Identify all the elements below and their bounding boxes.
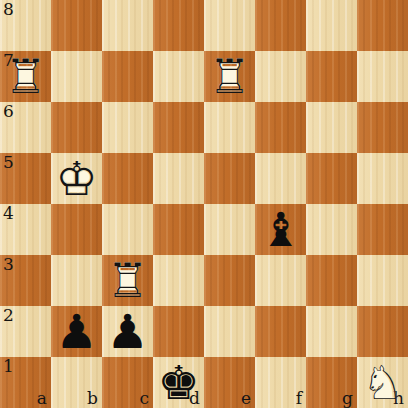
file-label-g: g	[342, 390, 353, 407]
square-e7[interactable]: ♜♖	[204, 51, 255, 102]
square-f7[interactable]	[255, 51, 306, 102]
square-a7[interactable]: 7♜♖	[0, 51, 51, 102]
rank-label-2: 2	[3, 306, 14, 325]
square-a5[interactable]: 5	[0, 153, 51, 204]
rank-label-6: 6	[3, 102, 14, 121]
square-f8[interactable]	[255, 0, 306, 51]
square-h3[interactable]	[357, 255, 408, 306]
square-b6[interactable]	[51, 102, 102, 153]
white-rook: ♜♖	[102, 255, 153, 306]
black-pawn-fill: ♟	[102, 306, 153, 357]
square-e8[interactable]	[204, 0, 255, 51]
square-c8[interactable]	[102, 0, 153, 51]
square-a4[interactable]: 4	[0, 204, 51, 255]
square-f4[interactable]: ♝	[255, 204, 306, 255]
square-f5[interactable]	[255, 153, 306, 204]
white-rook-outline: ♖	[102, 255, 153, 306]
square-b3[interactable]	[51, 255, 102, 306]
white-knight: ♞♘	[357, 357, 408, 408]
square-a6[interactable]: 6	[0, 102, 51, 153]
square-d3[interactable]	[153, 255, 204, 306]
rank-label-5: 5	[3, 153, 14, 172]
square-b8[interactable]	[51, 0, 102, 51]
black-king: ♚	[153, 357, 204, 408]
square-d8[interactable]	[153, 0, 204, 51]
square-c2[interactable]: ♟	[102, 306, 153, 357]
square-h7[interactable]	[357, 51, 408, 102]
black-king-fill: ♚	[153, 357, 204, 408]
square-d5[interactable]	[153, 153, 204, 204]
rank-label-1: 1	[3, 357, 14, 376]
square-f6[interactable]	[255, 102, 306, 153]
square-c4[interactable]	[102, 204, 153, 255]
square-b5[interactable]: ♚♔	[51, 153, 102, 204]
file-label-b: b	[87, 390, 98, 407]
white-knight-outline: ♘	[357, 357, 408, 408]
square-g8[interactable]	[306, 0, 357, 51]
square-e1[interactable]: e	[204, 357, 255, 408]
square-a3[interactable]: 3	[0, 255, 51, 306]
square-h1[interactable]: h♞♘	[357, 357, 408, 408]
square-d6[interactable]	[153, 102, 204, 153]
square-h8[interactable]	[357, 0, 408, 51]
square-d1[interactable]: d♚	[153, 357, 204, 408]
square-f1[interactable]: f	[255, 357, 306, 408]
square-c1[interactable]: c	[102, 357, 153, 408]
square-b7[interactable]	[51, 51, 102, 102]
black-pawn: ♟	[51, 306, 102, 357]
square-g1[interactable]: g	[306, 357, 357, 408]
square-h2[interactable]	[357, 306, 408, 357]
square-e4[interactable]	[204, 204, 255, 255]
square-g5[interactable]	[306, 153, 357, 204]
square-g4[interactable]	[306, 204, 357, 255]
white-king: ♚♔	[51, 153, 102, 204]
square-f2[interactable]	[255, 306, 306, 357]
square-a1[interactable]: 1a	[0, 357, 51, 408]
white-rook-outline: ♖	[0, 51, 51, 102]
white-rook-outline: ♖	[204, 51, 255, 102]
square-c6[interactable]	[102, 102, 153, 153]
square-a8[interactable]: 8	[0, 0, 51, 51]
black-pawn: ♟	[102, 306, 153, 357]
square-e5[interactable]	[204, 153, 255, 204]
square-b4[interactable]	[51, 204, 102, 255]
file-label-a: a	[37, 390, 47, 407]
white-king-outline: ♔	[51, 153, 102, 204]
square-b2[interactable]: ♟	[51, 306, 102, 357]
square-c3[interactable]: ♜♖	[102, 255, 153, 306]
rank-label-4: 4	[3, 204, 14, 223]
square-e6[interactable]	[204, 102, 255, 153]
square-g3[interactable]	[306, 255, 357, 306]
square-c5[interactable]	[102, 153, 153, 204]
white-rook: ♜♖	[204, 51, 255, 102]
file-label-e: e	[241, 390, 251, 407]
black-bishop: ♝	[255, 204, 306, 255]
square-a2[interactable]: 2	[0, 306, 51, 357]
square-d2[interactable]	[153, 306, 204, 357]
square-g7[interactable]	[306, 51, 357, 102]
black-pawn-fill: ♟	[51, 306, 102, 357]
square-g6[interactable]	[306, 102, 357, 153]
square-f3[interactable]	[255, 255, 306, 306]
rank-label-3: 3	[3, 255, 14, 274]
square-h4[interactable]	[357, 204, 408, 255]
square-g2[interactable]	[306, 306, 357, 357]
square-e3[interactable]	[204, 255, 255, 306]
black-bishop-fill: ♝	[255, 204, 306, 255]
square-b1[interactable]: b	[51, 357, 102, 408]
rank-label-8: 8	[3, 0, 14, 19]
square-d4[interactable]	[153, 204, 204, 255]
square-d7[interactable]	[153, 51, 204, 102]
white-rook: ♜♖	[0, 51, 51, 102]
chess-board: 87♜♖♜♖65♚♔4♝3♜♖2♟♟1abcd♚efgh♞♘	[0, 0, 408, 408]
file-label-f: f	[296, 390, 302, 407]
file-label-c: c	[139, 390, 149, 407]
square-e2[interactable]	[204, 306, 255, 357]
square-c7[interactable]	[102, 51, 153, 102]
square-h5[interactable]	[357, 153, 408, 204]
square-h6[interactable]	[357, 102, 408, 153]
